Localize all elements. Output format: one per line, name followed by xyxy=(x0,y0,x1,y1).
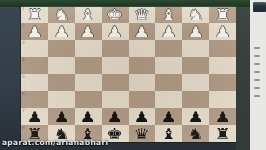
chess-board: 1♜♞♝♚♛♝♞♜2♟♟♟♟♟♟♟♟34567♟♟♟♟♟♟♟♟8♜♞♝♚♛♝♞♜ xyxy=(21,6,236,142)
white-b-piece: ♝ xyxy=(161,7,177,23)
square-a1[interactable]: ♜ xyxy=(209,6,236,23)
white-p-piece: ♟ xyxy=(80,24,96,40)
square-c6[interactable] xyxy=(155,91,182,108)
white-p-piece: ♟ xyxy=(134,24,150,40)
white-b-piece: ♝ xyxy=(80,7,96,23)
white-p-piece: ♟ xyxy=(161,24,177,40)
square-e6[interactable] xyxy=(102,91,129,108)
square-a8[interactable]: ♜ xyxy=(209,125,236,142)
square-a7[interactable]: ♟ xyxy=(209,108,236,125)
square-b4[interactable] xyxy=(182,57,209,74)
square-h6[interactable]: 6 xyxy=(21,91,48,108)
square-a6[interactable] xyxy=(209,91,236,108)
square-b6[interactable] xyxy=(182,91,209,108)
square-d2[interactable]: ♟ xyxy=(129,23,156,40)
square-b1[interactable]: ♞ xyxy=(182,6,209,23)
square-g2[interactable]: ♟ xyxy=(48,23,75,40)
rank-label: 8 xyxy=(22,125,25,130)
white-p-piece: ♟ xyxy=(53,24,69,40)
square-c3[interactable] xyxy=(155,40,182,57)
square-f4[interactable] xyxy=(75,57,102,74)
square-g1[interactable]: ♞ xyxy=(48,6,75,23)
black-q-piece: ♛ xyxy=(134,126,150,142)
white-r-piece: ♜ xyxy=(214,7,230,23)
black-p-piece: ♟ xyxy=(107,109,123,125)
square-d3[interactable] xyxy=(129,40,156,57)
square-e1[interactable]: ♚ xyxy=(102,6,129,23)
square-h7[interactable]: 7♟ xyxy=(21,108,48,125)
black-k-piece: ♚ xyxy=(107,126,123,142)
square-f2[interactable]: ♟ xyxy=(75,23,102,40)
square-a4[interactable] xyxy=(209,57,236,74)
square-f3[interactable] xyxy=(75,40,102,57)
square-f6[interactable] xyxy=(75,91,102,108)
watermark-text: aparat.com/arianabhari xyxy=(2,138,108,147)
square-c1[interactable]: ♝ xyxy=(155,6,182,23)
square-e2[interactable]: ♟ xyxy=(102,23,129,40)
square-g4[interactable] xyxy=(48,57,75,74)
square-d5[interactable] xyxy=(129,74,156,91)
window-top-bar xyxy=(0,0,250,7)
square-c7[interactable]: ♟ xyxy=(155,108,182,125)
rank-label: 3 xyxy=(22,40,25,45)
square-h2[interactable]: 2♟ xyxy=(21,23,48,40)
white-p-piece: ♟ xyxy=(107,24,123,40)
sidebar-tick xyxy=(254,63,260,65)
square-c4[interactable] xyxy=(155,57,182,74)
square-f5[interactable] xyxy=(75,74,102,91)
square-b3[interactable] xyxy=(182,40,209,57)
square-h1[interactable]: 1♜ xyxy=(21,6,48,23)
square-c5[interactable] xyxy=(155,74,182,91)
black-r-piece: ♜ xyxy=(214,126,230,142)
square-a3[interactable] xyxy=(209,40,236,57)
square-b5[interactable] xyxy=(182,74,209,91)
white-n-piece: ♞ xyxy=(187,7,203,23)
square-c8[interactable]: ♝ xyxy=(155,125,182,142)
sidebar-tick xyxy=(254,47,260,49)
white-n-piece: ♞ xyxy=(53,7,69,23)
square-d7[interactable]: ♟ xyxy=(129,108,156,125)
square-a2[interactable]: ♟ xyxy=(209,23,236,40)
side-panel xyxy=(250,0,266,150)
rank-label: 2 xyxy=(22,23,25,28)
sidebar-tick xyxy=(254,71,260,73)
rank-label: 7 xyxy=(22,108,25,113)
sidebar-tick xyxy=(254,55,260,57)
sidebar-tick xyxy=(254,79,260,81)
rank-label: 4 xyxy=(22,57,25,62)
square-d6[interactable] xyxy=(129,91,156,108)
square-d1[interactable]: ♛ xyxy=(129,6,156,23)
square-b7[interactable]: ♟ xyxy=(182,108,209,125)
square-e5[interactable] xyxy=(102,74,129,91)
sidebar-tick xyxy=(254,95,260,97)
black-b-piece: ♝ xyxy=(161,126,177,142)
black-n-piece: ♞ xyxy=(187,126,203,142)
rank-label: 6 xyxy=(22,91,25,96)
square-f1[interactable]: ♝ xyxy=(75,6,102,23)
white-p-piece: ♟ xyxy=(214,24,230,40)
board-right-margin xyxy=(236,0,250,150)
square-b2[interactable]: ♟ xyxy=(182,23,209,40)
square-g3[interactable] xyxy=(48,40,75,57)
white-p-piece: ♟ xyxy=(187,24,203,40)
square-d8[interactable]: ♛ xyxy=(129,125,156,142)
square-c2[interactable]: ♟ xyxy=(155,23,182,40)
square-g6[interactable] xyxy=(48,91,75,108)
square-e7[interactable]: ♟ xyxy=(102,108,129,125)
black-p-piece: ♟ xyxy=(161,109,177,125)
white-p-piece: ♟ xyxy=(26,24,42,40)
black-p-piece: ♟ xyxy=(53,109,69,125)
square-h4[interactable]: 4 xyxy=(21,57,48,74)
square-d4[interactable] xyxy=(129,57,156,74)
square-a5[interactable] xyxy=(209,74,236,91)
square-e3[interactable] xyxy=(102,40,129,57)
black-p-piece: ♟ xyxy=(214,109,230,125)
square-g7[interactable]: ♟ xyxy=(48,108,75,125)
white-q-piece: ♛ xyxy=(134,7,150,23)
square-b8[interactable]: ♞ xyxy=(182,125,209,142)
rank-label: 5 xyxy=(22,74,25,79)
sidebar-thumbnail xyxy=(253,2,266,12)
square-g5[interactable] xyxy=(48,74,75,91)
black-p-piece: ♟ xyxy=(80,109,96,125)
black-p-piece: ♟ xyxy=(187,109,203,125)
video-frame: 1♜♞♝♚♛♝♞♜2♟♟♟♟♟♟♟♟34567♟♟♟♟♟♟♟♟8♜♞♝♚♛♝♞♜… xyxy=(0,0,266,150)
square-f7[interactable]: ♟ xyxy=(75,108,102,125)
square-e4[interactable] xyxy=(102,57,129,74)
white-r-piece: ♜ xyxy=(26,7,42,23)
square-h5[interactable]: 5 xyxy=(21,74,48,91)
square-h3[interactable]: 3 xyxy=(21,40,48,57)
black-p-piece: ♟ xyxy=(26,109,42,125)
black-p-piece: ♟ xyxy=(134,109,150,125)
white-k-piece: ♚ xyxy=(107,7,123,23)
sidebar-tick xyxy=(254,87,260,89)
